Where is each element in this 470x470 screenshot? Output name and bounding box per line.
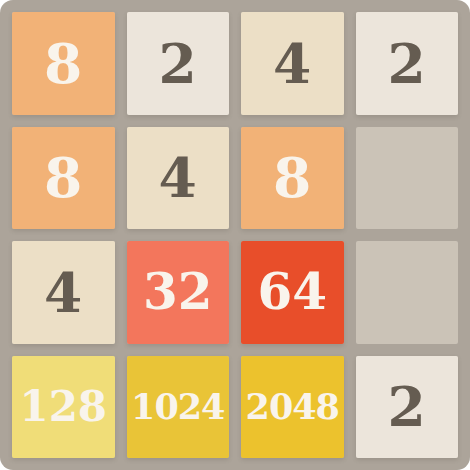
tile-2: 2 — [127, 12, 230, 115]
tile-64: 64 — [241, 241, 344, 344]
tile-2: 2 — [356, 356, 459, 459]
cell-r4c1: 128 — [12, 356, 115, 459]
cell-r1c2: 2 — [127, 12, 230, 115]
tile-4: 4 — [12, 241, 115, 344]
tile-4: 4 — [127, 127, 230, 230]
cell-r4c4: 2 — [356, 356, 459, 459]
cell-r1c1: 8 — [12, 12, 115, 115]
empty-cell-r3c4 — [356, 241, 459, 344]
cell-r3c3: 64 — [241, 241, 344, 344]
cell-r3c2: 32 — [127, 241, 230, 344]
cell-r2c2: 4 — [127, 127, 230, 230]
tile-1024: 1024 — [127, 356, 230, 459]
2048-board-grid[interactable]: 824284843264128102420482 — [0, 0, 470, 470]
empty-cell-r2c4 — [356, 127, 459, 230]
cell-r4c3: 2048 — [241, 356, 344, 459]
cell-r3c1: 4 — [12, 241, 115, 344]
page: 824284843264128102420482 — [0, 0, 470, 470]
tile-2: 2 — [356, 12, 459, 115]
tile-8: 8 — [12, 127, 115, 230]
cell-r1c4: 2 — [356, 12, 459, 115]
cell-r1c3: 4 — [241, 12, 344, 115]
cell-r2c3: 8 — [241, 127, 344, 230]
tile-32: 32 — [127, 241, 230, 344]
cell-r4c2: 1024 — [127, 356, 230, 459]
tile-128: 128 — [12, 356, 115, 459]
tile-4: 4 — [241, 12, 344, 115]
tile-8: 8 — [241, 127, 344, 230]
tile-8: 8 — [12, 12, 115, 115]
tile-2048: 2048 — [241, 356, 344, 459]
cell-r2c1: 8 — [12, 127, 115, 230]
